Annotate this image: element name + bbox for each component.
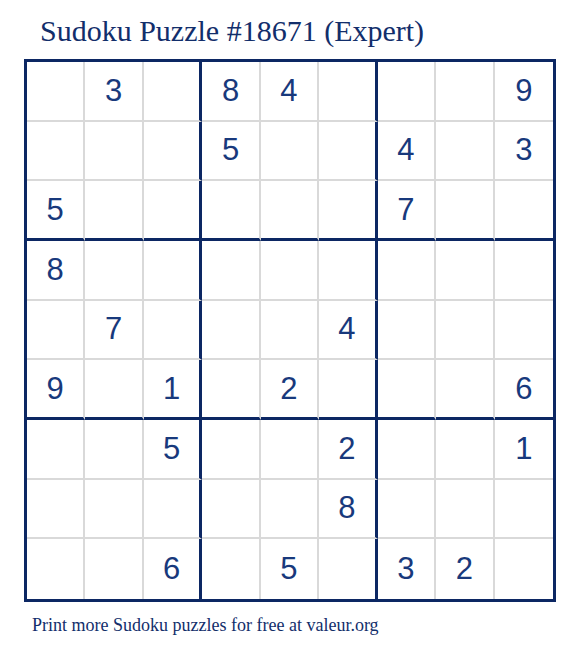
cell-r9c4: [202, 539, 260, 599]
cell-r1c2: 3: [85, 62, 143, 122]
cell-r7c5: [261, 420, 319, 480]
cell-r7c8: [436, 420, 494, 480]
cell-r4c5: [261, 241, 319, 301]
cell-r1c3: [144, 62, 202, 122]
cell-r6c3: 1: [144, 360, 202, 420]
cell-r7c6: 2: [319, 420, 377, 480]
cell-r3c1: 5: [27, 181, 85, 241]
cell-r3c8: [436, 181, 494, 241]
cell-r3c2: [85, 181, 143, 241]
cell-r7c3: 5: [144, 420, 202, 480]
cell-r2c7: 4: [378, 122, 436, 182]
cell-r3c9: [495, 181, 553, 241]
cell-r4c6: [319, 241, 377, 301]
cell-r8c3: [144, 480, 202, 540]
cell-r7c1: [27, 420, 85, 480]
cell-r4c9: [495, 241, 553, 301]
cell-r4c7: [378, 241, 436, 301]
cell-r5c7: [378, 301, 436, 361]
cell-r8c7: [378, 480, 436, 540]
cell-r9c1: [27, 539, 85, 599]
cell-r8c5: [261, 480, 319, 540]
cell-r3c3: [144, 181, 202, 241]
cell-r1c7: [378, 62, 436, 122]
cell-r5c3: [144, 301, 202, 361]
cell-r3c6: [319, 181, 377, 241]
cell-r8c1: [27, 480, 85, 540]
cell-r7c2: [85, 420, 143, 480]
cell-r5c5: [261, 301, 319, 361]
footer-text: Print more Sudoku puzzles for free at va…: [32, 615, 379, 636]
cell-r4c4: [202, 241, 260, 301]
cell-r6c1: 9: [27, 360, 85, 420]
cell-r1c9: 9: [495, 62, 553, 122]
cell-r3c4: [202, 181, 260, 241]
cell-r6c2: [85, 360, 143, 420]
cell-r1c1: [27, 62, 85, 122]
cell-r5c2: 7: [85, 301, 143, 361]
cell-r2c2: [85, 122, 143, 182]
cell-r1c5: 4: [261, 62, 319, 122]
cell-r9c3: 6: [144, 539, 202, 599]
cell-r2c3: [144, 122, 202, 182]
cell-r6c8: [436, 360, 494, 420]
cell-r4c2: [85, 241, 143, 301]
cell-r7c9: 1: [495, 420, 553, 480]
cell-r5c6: 4: [319, 301, 377, 361]
cell-r5c8: [436, 301, 494, 361]
cell-r9c6: [319, 539, 377, 599]
cell-r3c5: [261, 181, 319, 241]
cell-r9c5: 5: [261, 539, 319, 599]
cell-r6c5: 2: [261, 360, 319, 420]
cell-r5c9: [495, 301, 553, 361]
cell-r1c4: 8: [202, 62, 260, 122]
cell-r9c8: 2: [436, 539, 494, 599]
cell-r2c5: [261, 122, 319, 182]
cell-r6c9: 6: [495, 360, 553, 420]
cell-r7c7: [378, 420, 436, 480]
cell-r9c2: [85, 539, 143, 599]
cell-r7c4: [202, 420, 260, 480]
page-title: Sudoku Puzzle #18671 (Expert): [40, 14, 424, 48]
cell-r2c8: [436, 122, 494, 182]
sudoku-page: Sudoku Puzzle #18671 (Expert) 3849543578…: [0, 0, 580, 651]
cell-r8c6: 8: [319, 480, 377, 540]
cell-r6c4: [202, 360, 260, 420]
cell-r9c9: [495, 539, 553, 599]
cell-r6c7: [378, 360, 436, 420]
cell-r1c6: [319, 62, 377, 122]
cell-r2c4: 5: [202, 122, 260, 182]
cell-r5c4: [202, 301, 260, 361]
cell-r4c1: 8: [27, 241, 85, 301]
cell-r5c1: [27, 301, 85, 361]
cell-r9c7: 3: [378, 539, 436, 599]
cell-r2c1: [27, 122, 85, 182]
cell-r4c3: [144, 241, 202, 301]
cell-r8c8: [436, 480, 494, 540]
cell-r2c9: 3: [495, 122, 553, 182]
sudoku-grid: 384954357874912652186532: [24, 59, 556, 602]
cell-r6c6: [319, 360, 377, 420]
cell-r8c2: [85, 480, 143, 540]
cell-r2c6: [319, 122, 377, 182]
cell-r8c9: [495, 480, 553, 540]
cell-r1c8: [436, 62, 494, 122]
cell-r3c7: 7: [378, 181, 436, 241]
cell-r8c4: [202, 480, 260, 540]
cell-r4c8: [436, 241, 494, 301]
